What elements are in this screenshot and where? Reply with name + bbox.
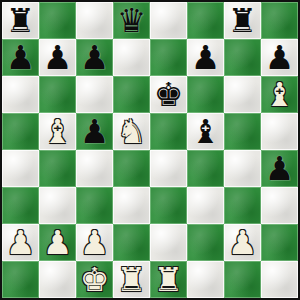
square-c7[interactable]: ♟ (76, 39, 113, 76)
square-g3[interactable] (224, 187, 261, 224)
square-a3[interactable] (2, 187, 39, 224)
square-f8[interactable] (187, 2, 224, 39)
square-h2[interactable] (261, 224, 298, 261)
square-b2[interactable]: ♟ (39, 224, 76, 261)
square-c6[interactable] (76, 76, 113, 113)
square-d1[interactable]: ♜ (113, 261, 150, 298)
square-d7[interactable] (113, 39, 150, 76)
square-b8[interactable] (39, 2, 76, 39)
square-c2[interactable]: ♟ (76, 224, 113, 261)
square-h1[interactable] (261, 261, 298, 298)
square-h6[interactable]: ♝ (261, 76, 298, 113)
square-a7[interactable]: ♟ (2, 39, 39, 76)
square-g7[interactable] (224, 39, 261, 76)
square-c1[interactable]: ♚ (76, 261, 113, 298)
square-f1[interactable] (187, 261, 224, 298)
square-c5[interactable]: ♟ (76, 113, 113, 150)
black-king: ♚ (154, 76, 184, 113)
black-rook: ♜ (228, 2, 258, 39)
black-rook: ♜ (6, 2, 36, 39)
square-b1[interactable] (39, 261, 76, 298)
black-pawn: ♟ (191, 39, 221, 76)
black-pawn: ♟ (80, 39, 110, 76)
black-pawn: ♟ (6, 39, 36, 76)
square-b3[interactable] (39, 187, 76, 224)
square-d8[interactable]: ♛ (113, 2, 150, 39)
white-pawn: ♟ (6, 224, 36, 261)
white-pawn: ♟ (228, 224, 258, 261)
square-e7[interactable] (150, 39, 187, 76)
white-pawn: ♟ (80, 224, 110, 261)
square-a8[interactable]: ♜ (2, 2, 39, 39)
chess-board: ♜♛♜♟♟♟♟♟♚♝♝♟♞♝♟♟♟♟♟♚♜♜ (0, 0, 300, 300)
square-d4[interactable] (113, 150, 150, 187)
square-e6[interactable]: ♚ (150, 76, 187, 113)
white-knight: ♞ (117, 113, 147, 150)
square-h8[interactable] (261, 2, 298, 39)
white-king: ♚ (80, 261, 110, 298)
square-a6[interactable] (2, 76, 39, 113)
black-queen: ♛ (117, 2, 147, 39)
square-d3[interactable] (113, 187, 150, 224)
square-e3[interactable] (150, 187, 187, 224)
square-b7[interactable]: ♟ (39, 39, 76, 76)
square-h7[interactable]: ♟ (261, 39, 298, 76)
square-c3[interactable] (76, 187, 113, 224)
chessboard-diagram: ♜♛♜♟♟♟♟♟♚♝♝♟♞♝♟♟♟♟♟♚♜♜ (0, 0, 300, 300)
white-bishop: ♝ (265, 76, 295, 113)
square-g5[interactable] (224, 113, 261, 150)
black-pawn: ♟ (80, 113, 110, 150)
square-f3[interactable] (187, 187, 224, 224)
square-g2[interactable]: ♟ (224, 224, 261, 261)
square-c4[interactable] (76, 150, 113, 187)
square-b4[interactable] (39, 150, 76, 187)
square-a5[interactable] (2, 113, 39, 150)
square-g8[interactable]: ♜ (224, 2, 261, 39)
square-d6[interactable] (113, 76, 150, 113)
square-e1[interactable]: ♜ (150, 261, 187, 298)
square-h3[interactable] (261, 187, 298, 224)
square-b6[interactable] (39, 76, 76, 113)
square-d2[interactable] (113, 224, 150, 261)
white-pawn: ♟ (43, 224, 73, 261)
square-g1[interactable] (224, 261, 261, 298)
square-a4[interactable] (2, 150, 39, 187)
square-f7[interactable]: ♟ (187, 39, 224, 76)
square-g4[interactable] (224, 150, 261, 187)
square-f6[interactable] (187, 76, 224, 113)
black-pawn: ♟ (43, 39, 73, 76)
square-a1[interactable] (2, 261, 39, 298)
square-e4[interactable] (150, 150, 187, 187)
square-f5[interactable]: ♝ (187, 113, 224, 150)
square-g6[interactable] (224, 76, 261, 113)
white-rook: ♜ (154, 261, 184, 298)
square-d5[interactable]: ♞ (113, 113, 150, 150)
square-e2[interactable] (150, 224, 187, 261)
square-h4[interactable]: ♟ (261, 150, 298, 187)
square-f2[interactable] (187, 224, 224, 261)
black-bishop: ♝ (191, 113, 221, 150)
black-pawn: ♟ (265, 39, 295, 76)
square-e8[interactable] (150, 2, 187, 39)
square-c8[interactable] (76, 2, 113, 39)
white-bishop: ♝ (43, 113, 73, 150)
square-e5[interactable] (150, 113, 187, 150)
square-b5[interactable]: ♝ (39, 113, 76, 150)
square-a2[interactable]: ♟ (2, 224, 39, 261)
white-rook: ♜ (117, 261, 147, 298)
black-pawn: ♟ (265, 150, 295, 187)
square-f4[interactable] (187, 150, 224, 187)
square-h5[interactable] (261, 113, 298, 150)
